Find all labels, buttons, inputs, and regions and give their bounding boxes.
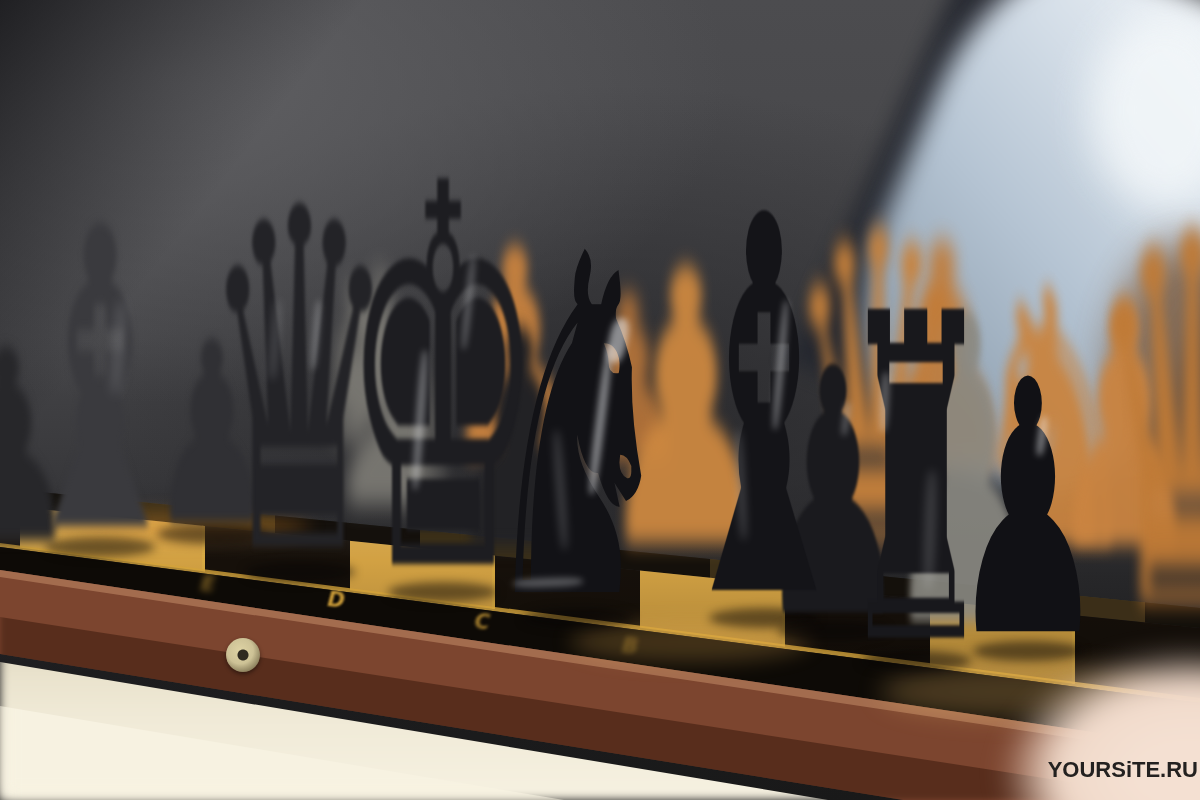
chess-piece-black-pawn-right: ♟ (950, 374, 1107, 647)
chess-piece-black-bishop: ♝ (664, 208, 864, 614)
chess-piece-black-knight: ♞ (479, 247, 677, 614)
watermark-text: YOURSiTE.RU (1034, 757, 1198, 784)
chess-photo-scene: EDCB ♟♝♟♛♞♚♟♞♝♟♜♟♟♟♟♟♛♟♞♟♛ YOURSiTE.RU (0, 0, 1200, 800)
queen-cream-finial (284, 227, 314, 259)
